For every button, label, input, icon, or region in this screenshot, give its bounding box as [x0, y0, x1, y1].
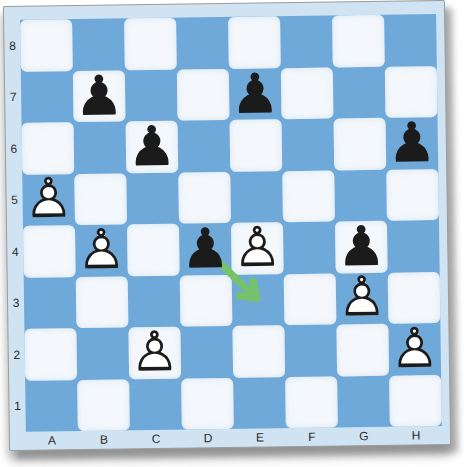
file-label-c: C: [130, 430, 182, 448]
file-label-b: B: [78, 430, 130, 448]
square-f3[interactable]: [284, 273, 337, 325]
black-pawn[interactable]: ♟: [73, 70, 126, 122]
square-f5[interactable]: [282, 170, 335, 222]
square-g8[interactable]: [332, 15, 385, 67]
square-h5[interactable]: [386, 169, 439, 221]
square-e1[interactable]: [233, 377, 286, 429]
file-label-d: D: [182, 429, 234, 447]
rank-label-5: 5: [6, 174, 23, 226]
square-g6[interactable]: [334, 118, 387, 170]
rank-label-8: 8: [4, 20, 21, 72]
chessboard-card: 87654321 ABCDEFGH ♟♙♟♙♟♙♟♙♟♙♟♙♟♟♟♟♟♟: [3, 0, 451, 451]
square-d3[interactable]: [180, 274, 233, 326]
white-pawn[interactable]: ♟♙: [336, 272, 389, 324]
square-e6[interactable]: [230, 119, 283, 171]
square-f4[interactable]: [283, 221, 336, 273]
square-f7[interactable]: [281, 67, 334, 119]
square-c1[interactable]: [129, 378, 182, 430]
square-d2[interactable]: [180, 326, 233, 378]
white-pawn[interactable]: ♟♙: [128, 327, 181, 379]
white-pawn[interactable]: ♟♙: [75, 224, 128, 276]
black-pawn[interactable]: ♟: [179, 223, 232, 275]
file-label-e: E: [234, 428, 286, 446]
black-pawn[interactable]: ♟: [229, 68, 282, 120]
square-d8[interactable]: [176, 17, 229, 69]
file-label-g: G: [338, 427, 390, 445]
square-b1[interactable]: [77, 379, 130, 431]
square-g1[interactable]: [337, 375, 390, 427]
square-b2[interactable]: [76, 327, 129, 379]
square-h4[interactable]: [387, 220, 440, 272]
square-b3[interactable]: [76, 276, 129, 328]
pawn-outline-glyph: ♙: [390, 320, 440, 376]
white-pawn[interactable]: ♟♙: [388, 323, 441, 375]
square-h8[interactable]: [384, 14, 437, 66]
pawn-outline-glyph: ♙: [232, 219, 282, 275]
rank-label-6: 6: [6, 123, 23, 175]
square-a7[interactable]: [21, 71, 74, 123]
square-a1[interactable]: [25, 380, 78, 432]
square-h1[interactable]: [389, 375, 442, 427]
square-f8[interactable]: [280, 16, 333, 68]
square-c4[interactable]: [127, 224, 180, 276]
file-label-h: H: [390, 426, 442, 444]
pawn-outline-glyph: ♙: [130, 324, 180, 380]
square-f1[interactable]: [285, 376, 338, 428]
rank-label-3: 3: [8, 277, 25, 329]
square-e2[interactable]: [232, 325, 285, 377]
rank-label-7: 7: [5, 71, 22, 123]
file-label-f: F: [286, 427, 338, 445]
black-pawn[interactable]: ♟: [126, 121, 179, 173]
rank-label-2: 2: [8, 329, 25, 381]
file-label-a: A: [26, 431, 78, 449]
rank-label-4: 4: [7, 226, 24, 278]
white-pawn[interactable]: ♟♙: [231, 222, 284, 274]
square-c8[interactable]: [124, 18, 177, 70]
square-f6[interactable]: [282, 119, 335, 171]
square-f2[interactable]: [284, 324, 337, 376]
pawn-outline-glyph: ♙: [76, 222, 126, 278]
black-pawn[interactable]: ♟: [386, 117, 439, 169]
square-c5[interactable]: [126, 172, 179, 224]
black-pawn[interactable]: ♟: [335, 221, 388, 273]
square-a3[interactable]: [24, 277, 77, 329]
square-g7[interactable]: [333, 66, 386, 118]
square-a4[interactable]: [23, 225, 76, 277]
square-a8[interactable]: [20, 19, 73, 71]
pawn-outline-glyph: ♙: [24, 171, 74, 227]
white-pawn[interactable]: ♟♙: [22, 174, 75, 226]
square-d7[interactable]: [177, 68, 230, 120]
square-b6[interactable]: [74, 121, 127, 173]
square-a2[interactable]: [24, 328, 77, 380]
square-e3[interactable]: [232, 274, 285, 326]
square-d6[interactable]: [178, 120, 231, 172]
square-g2[interactable]: [336, 324, 389, 376]
rank-label-1: 1: [9, 380, 26, 432]
square-d1[interactable]: [181, 377, 234, 429]
